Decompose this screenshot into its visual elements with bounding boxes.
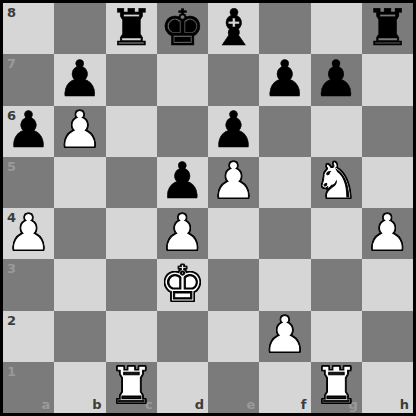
square-b8[interactable] [54,3,105,54]
square-f3[interactable] [259,259,310,310]
white-rook-icon[interactable]: ♜ [109,362,154,412]
black-pawn-icon[interactable]: ♟ [314,54,359,104]
square-b4[interactable] [54,208,105,259]
square-c7[interactable] [106,54,157,105]
rank-label-3: 3 [7,262,16,275]
square-a2[interactable]: 2 [3,311,54,362]
square-g1[interactable]: g♜ [311,362,362,413]
white-king-icon[interactable]: ♚ [160,259,205,309]
white-knight-icon[interactable]: ♞ [314,157,359,207]
square-h8[interactable]: ♜ [362,3,413,54]
file-label-h: h [400,398,409,411]
square-a7[interactable]: 7 [3,54,54,105]
square-b6[interactable]: ♟ [54,106,105,157]
square-d4[interactable]: ♟ [157,208,208,259]
black-pawn-icon[interactable]: ♟ [57,54,102,104]
square-f6[interactable] [259,106,310,157]
white-pawn-icon[interactable]: ♟ [365,208,410,258]
black-pawn-icon[interactable]: ♟ [262,54,307,104]
square-f4[interactable] [259,208,310,259]
white-pawn-icon[interactable]: ♟ [262,311,307,361]
square-e6[interactable]: ♟ [208,106,259,157]
black-pawn-icon[interactable]: ♟ [6,106,51,156]
chess-board: 8♜♚♝♜7♟♟♟6♟♟♟5♟♟♞4♟♟♟3♚2♟1abc♜defg♜h [0,0,416,416]
square-h5[interactable] [362,157,413,208]
square-d5[interactable]: ♟ [157,157,208,208]
square-g8[interactable] [311,3,362,54]
rank-label-8: 8 [7,6,16,19]
square-g5[interactable]: ♞ [311,157,362,208]
square-d7[interactable] [157,54,208,105]
file-label-f: f [301,398,307,411]
square-a4[interactable]: 4♟ [3,208,54,259]
square-b2[interactable] [54,311,105,362]
square-f7[interactable]: ♟ [259,54,310,105]
square-e2[interactable] [208,311,259,362]
black-pawn-icon[interactable]: ♟ [160,157,205,207]
file-label-b: b [92,398,101,411]
square-e5[interactable]: ♟ [208,157,259,208]
square-d1[interactable]: d [157,362,208,413]
black-king-icon[interactable]: ♚ [160,3,205,53]
square-g3[interactable] [311,259,362,310]
square-f8[interactable] [259,3,310,54]
square-g7[interactable]: ♟ [311,54,362,105]
white-pawn-icon[interactable]: ♟ [211,157,256,207]
square-b5[interactable] [54,157,105,208]
square-c3[interactable] [106,259,157,310]
square-a1[interactable]: 1a [3,362,54,413]
black-rook-icon[interactable]: ♜ [109,3,154,53]
square-e8[interactable]: ♝ [208,3,259,54]
square-d2[interactable] [157,311,208,362]
rank-label-2: 2 [7,314,16,327]
square-g2[interactable] [311,311,362,362]
square-h2[interactable] [362,311,413,362]
square-f5[interactable] [259,157,310,208]
rank-label-1: 1 [7,365,16,378]
file-label-a: a [41,398,50,411]
square-e4[interactable] [208,208,259,259]
black-pawn-icon[interactable]: ♟ [211,106,256,156]
square-e1[interactable]: e [208,362,259,413]
square-b1[interactable]: b [54,362,105,413]
black-bishop-icon[interactable]: ♝ [211,3,256,53]
square-e3[interactable] [208,259,259,310]
square-a3[interactable]: 3 [3,259,54,310]
white-rook-icon[interactable]: ♜ [314,362,359,412]
square-h1[interactable]: h [362,362,413,413]
square-d6[interactable] [157,106,208,157]
white-pawn-icon[interactable]: ♟ [6,208,51,258]
square-g4[interactable] [311,208,362,259]
square-f1[interactable]: f [259,362,310,413]
square-a5[interactable]: 5 [3,157,54,208]
file-label-e: e [246,398,255,411]
square-g6[interactable] [311,106,362,157]
square-b7[interactable]: ♟ [54,54,105,105]
white-pawn-icon[interactable]: ♟ [160,208,205,258]
rank-label-5: 5 [7,160,16,173]
square-c2[interactable] [106,311,157,362]
square-h6[interactable] [362,106,413,157]
square-c4[interactable] [106,208,157,259]
file-label-d: d [195,398,204,411]
square-c5[interactable] [106,157,157,208]
square-a6[interactable]: 6♟ [3,106,54,157]
rank-label-7: 7 [7,57,16,70]
square-c8[interactable]: ♜ [106,3,157,54]
square-b3[interactable] [54,259,105,310]
square-f2[interactable]: ♟ [259,311,310,362]
square-h4[interactable]: ♟ [362,208,413,259]
square-d3[interactable]: ♚ [157,259,208,310]
square-c1[interactable]: c♜ [106,362,157,413]
white-pawn-icon[interactable]: ♟ [57,106,102,156]
square-h3[interactable] [362,259,413,310]
square-e7[interactable] [208,54,259,105]
black-rook-icon[interactable]: ♜ [365,3,410,53]
square-a8[interactable]: 8 [3,3,54,54]
square-c6[interactable] [106,106,157,157]
square-d8[interactable]: ♚ [157,3,208,54]
square-h7[interactable] [362,54,413,105]
